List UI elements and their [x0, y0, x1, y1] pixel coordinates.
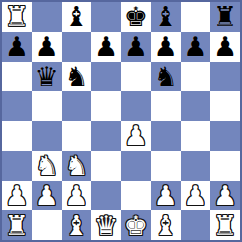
square-d7[interactable]: ♟	[91, 32, 121, 62]
square-h3[interactable]	[210, 151, 240, 181]
square-b8[interactable]	[32, 2, 62, 32]
square-c4[interactable]	[62, 121, 92, 151]
square-b3[interactable]: ♞	[32, 151, 62, 181]
white-rook: ♜	[213, 212, 237, 239]
square-a7[interactable]: ♟	[2, 32, 32, 62]
black-pawn: ♟	[5, 33, 29, 60]
square-d3[interactable]	[91, 151, 121, 181]
square-f3[interactable]	[151, 151, 181, 181]
square-b5[interactable]	[32, 91, 62, 121]
square-f8[interactable]: ♝	[151, 2, 181, 32]
square-d2[interactable]	[91, 181, 121, 211]
square-b4[interactable]	[32, 121, 62, 151]
black-rook: ♜	[213, 3, 237, 30]
black-pawn: ♟	[124, 33, 148, 60]
square-a6[interactable]	[2, 62, 32, 92]
white-knight: ♞	[35, 152, 59, 179]
square-c1[interactable]: ♝	[62, 210, 92, 240]
square-c7[interactable]	[62, 32, 92, 62]
white-queen: ♛	[94, 212, 118, 239]
white-pawn: ♟	[64, 182, 88, 209]
white-rook: ♜	[5, 3, 29, 30]
square-f4[interactable]	[151, 121, 181, 151]
square-f5[interactable]	[151, 91, 181, 121]
white-pawn: ♟	[5, 182, 29, 209]
white-pawn: ♟	[154, 182, 178, 209]
chess-board: ♜♝♚♝♜♟♟♟♟♟♟♟♛♞♞♟♞♞♟♟♟♟♟♟♜♝♛♚♝♜	[0, 0, 242, 242]
square-g3[interactable]	[181, 151, 211, 181]
square-g1[interactable]	[181, 210, 211, 240]
white-pawn: ♟	[213, 182, 237, 209]
white-pawn: ♟	[124, 122, 148, 149]
white-bishop: ♝	[154, 212, 178, 239]
black-pawn: ♟	[154, 33, 178, 60]
square-a8[interactable]: ♜	[2, 2, 32, 32]
black-pawn: ♟	[183, 33, 207, 60]
square-f7[interactable]: ♟	[151, 32, 181, 62]
square-f1[interactable]: ♝	[151, 210, 181, 240]
square-b7[interactable]: ♟	[32, 32, 62, 62]
black-bishop: ♝	[154, 3, 178, 30]
square-e6[interactable]	[121, 62, 151, 92]
square-d1[interactable]: ♛	[91, 210, 121, 240]
square-e1[interactable]: ♚	[121, 210, 151, 240]
square-b6[interactable]: ♛	[32, 62, 62, 92]
square-h7[interactable]: ♟	[210, 32, 240, 62]
square-g2[interactable]: ♟	[181, 181, 211, 211]
square-e4[interactable]: ♟	[121, 121, 151, 151]
square-g6[interactable]	[181, 62, 211, 92]
black-pawn: ♟	[94, 33, 118, 60]
square-d5[interactable]	[91, 91, 121, 121]
square-c6[interactable]: ♞	[62, 62, 92, 92]
black-pawn: ♟	[213, 33, 237, 60]
black-knight: ♞	[64, 63, 88, 90]
square-b2[interactable]: ♟	[32, 181, 62, 211]
square-c2[interactable]: ♟	[62, 181, 92, 211]
white-king: ♚	[124, 212, 148, 239]
square-h4[interactable]	[210, 121, 240, 151]
chess-board-container: ♜♝♚♝♜♟♟♟♟♟♟♟♛♞♞♟♞♞♟♟♟♟♟♟♜♝♛♚♝♜	[0, 0, 242, 242]
square-h6[interactable]	[210, 62, 240, 92]
black-pawn: ♟	[35, 33, 59, 60]
square-a3[interactable]	[2, 151, 32, 181]
square-g8[interactable]	[181, 2, 211, 32]
black-knight: ♞	[154, 63, 178, 90]
square-h8[interactable]: ♜	[210, 2, 240, 32]
white-rook: ♜	[5, 212, 29, 239]
square-e3[interactable]	[121, 151, 151, 181]
square-e8[interactable]: ♚	[121, 2, 151, 32]
white-pawn: ♟	[35, 182, 59, 209]
square-c5[interactable]	[62, 91, 92, 121]
square-f2[interactable]: ♟	[151, 181, 181, 211]
square-h2[interactable]: ♟	[210, 181, 240, 211]
square-e7[interactable]: ♟	[121, 32, 151, 62]
square-a1[interactable]: ♜	[2, 210, 32, 240]
square-g7[interactable]: ♟	[181, 32, 211, 62]
square-e5[interactable]	[121, 91, 151, 121]
white-pawn: ♟	[183, 182, 207, 209]
square-c3[interactable]: ♞	[62, 151, 92, 181]
square-a4[interactable]	[2, 121, 32, 151]
square-d4[interactable]	[91, 121, 121, 151]
square-f6[interactable]: ♞	[151, 62, 181, 92]
square-e2[interactable]	[121, 181, 151, 211]
square-g4[interactable]	[181, 121, 211, 151]
black-bishop: ♝	[64, 3, 88, 30]
black-king: ♚	[124, 3, 148, 30]
square-a2[interactable]: ♟	[2, 181, 32, 211]
square-c8[interactable]: ♝	[62, 2, 92, 32]
square-d8[interactable]	[91, 2, 121, 32]
square-d6[interactable]	[91, 62, 121, 92]
white-bishop: ♝	[64, 212, 88, 239]
square-b1[interactable]	[32, 210, 62, 240]
white-knight: ♞	[64, 152, 88, 179]
square-a5[interactable]	[2, 91, 32, 121]
square-h1[interactable]: ♜	[210, 210, 240, 240]
square-h5[interactable]	[210, 91, 240, 121]
black-queen: ♛	[35, 63, 59, 90]
square-g5[interactable]	[181, 91, 211, 121]
